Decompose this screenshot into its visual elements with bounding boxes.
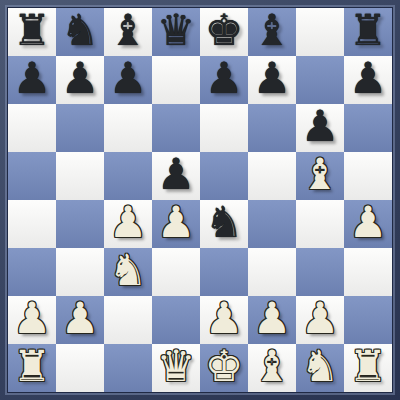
- black-pawn: ♟: [61, 57, 100, 103]
- black-knight: ♞: [205, 201, 244, 247]
- square-f8[interactable]: ♝: [248, 8, 296, 56]
- black-bishop: ♝: [109, 9, 148, 55]
- white-pawn: ♟: [61, 297, 100, 343]
- square-e7[interactable]: ♟: [200, 56, 248, 104]
- white-pawn: ♟: [157, 201, 196, 247]
- black-queen: ♛: [157, 9, 196, 55]
- square-h4[interactable]: ♟: [344, 200, 392, 248]
- square-g4[interactable]: [296, 200, 344, 248]
- square-d5[interactable]: ♟: [152, 152, 200, 200]
- black-pawn: ♟: [109, 57, 148, 103]
- square-h6[interactable]: [344, 104, 392, 152]
- square-a2[interactable]: ♟: [8, 296, 56, 344]
- square-b4[interactable]: [56, 200, 104, 248]
- square-f2[interactable]: ♟: [248, 296, 296, 344]
- square-g3[interactable]: [296, 248, 344, 296]
- white-bishop: ♝: [253, 345, 292, 391]
- square-f6[interactable]: [248, 104, 296, 152]
- white-pawn: ♟: [205, 297, 244, 343]
- square-e3[interactable]: [200, 248, 248, 296]
- black-bishop: ♝: [253, 9, 292, 55]
- white-bishop: ♝: [301, 153, 340, 199]
- square-e8[interactable]: ♚: [200, 8, 248, 56]
- square-h3[interactable]: [344, 248, 392, 296]
- square-f3[interactable]: [248, 248, 296, 296]
- square-b7[interactable]: ♟: [56, 56, 104, 104]
- square-b2[interactable]: ♟: [56, 296, 104, 344]
- square-e6[interactable]: [200, 104, 248, 152]
- black-rook: ♜: [349, 9, 388, 55]
- white-knight: ♞: [109, 249, 148, 295]
- square-f5[interactable]: [248, 152, 296, 200]
- square-d4[interactable]: ♟: [152, 200, 200, 248]
- chess-board: ♜♞♝♛♚♝♜♟♟♟♟♟♟♟♟♝♟♟♞♟♞♟♟♟♟♟♜♛♚♝♞♜: [8, 8, 392, 392]
- black-pawn: ♟: [157, 153, 196, 199]
- square-d8[interactable]: ♛: [152, 8, 200, 56]
- square-e2[interactable]: ♟: [200, 296, 248, 344]
- square-h7[interactable]: ♟: [344, 56, 392, 104]
- black-rook: ♜: [13, 9, 52, 55]
- square-g8[interactable]: [296, 8, 344, 56]
- square-g5[interactable]: ♝: [296, 152, 344, 200]
- black-pawn: ♟: [13, 57, 52, 103]
- black-pawn: ♟: [253, 57, 292, 103]
- square-g2[interactable]: ♟: [296, 296, 344, 344]
- white-knight: ♞: [301, 345, 340, 391]
- white-pawn: ♟: [301, 297, 340, 343]
- black-king: ♚: [205, 9, 244, 55]
- square-c1[interactable]: [104, 344, 152, 392]
- square-f4[interactable]: [248, 200, 296, 248]
- square-b1[interactable]: [56, 344, 104, 392]
- square-g1[interactable]: ♞: [296, 344, 344, 392]
- white-rook: ♜: [13, 345, 52, 391]
- square-h5[interactable]: [344, 152, 392, 200]
- square-e4[interactable]: ♞: [200, 200, 248, 248]
- square-c6[interactable]: [104, 104, 152, 152]
- white-king: ♚: [205, 345, 244, 391]
- white-rook: ♜: [349, 345, 388, 391]
- square-d1[interactable]: ♛: [152, 344, 200, 392]
- square-a7[interactable]: ♟: [8, 56, 56, 104]
- square-c5[interactable]: [104, 152, 152, 200]
- square-d7[interactable]: [152, 56, 200, 104]
- square-a3[interactable]: [8, 248, 56, 296]
- black-pawn: ♟: [349, 57, 388, 103]
- square-a8[interactable]: ♜: [8, 8, 56, 56]
- square-b6[interactable]: [56, 104, 104, 152]
- black-knight: ♞: [61, 9, 100, 55]
- square-f7[interactable]: ♟: [248, 56, 296, 104]
- square-a6[interactable]: [8, 104, 56, 152]
- white-pawn: ♟: [253, 297, 292, 343]
- black-pawn: ♟: [205, 57, 244, 103]
- square-c8[interactable]: ♝: [104, 8, 152, 56]
- square-c4[interactable]: ♟: [104, 200, 152, 248]
- square-e1[interactable]: ♚: [200, 344, 248, 392]
- board-frame: ♜♞♝♛♚♝♜♟♟♟♟♟♟♟♟♝♟♟♞♟♞♟♟♟♟♟♜♛♚♝♞♜: [0, 0, 400, 400]
- white-pawn: ♟: [349, 201, 388, 247]
- square-b8[interactable]: ♞: [56, 8, 104, 56]
- square-d6[interactable]: [152, 104, 200, 152]
- white-pawn: ♟: [13, 297, 52, 343]
- square-h8[interactable]: ♜: [344, 8, 392, 56]
- square-e5[interactable]: [200, 152, 248, 200]
- white-queen: ♛: [157, 345, 196, 391]
- square-d2[interactable]: [152, 296, 200, 344]
- square-c2[interactable]: [104, 296, 152, 344]
- square-g6[interactable]: ♟: [296, 104, 344, 152]
- square-a4[interactable]: [8, 200, 56, 248]
- square-b5[interactable]: [56, 152, 104, 200]
- square-f1[interactable]: ♝: [248, 344, 296, 392]
- square-d3[interactable]: [152, 248, 200, 296]
- square-h2[interactable]: [344, 296, 392, 344]
- square-c7[interactable]: ♟: [104, 56, 152, 104]
- square-a1[interactable]: ♜: [8, 344, 56, 392]
- square-a5[interactable]: [8, 152, 56, 200]
- black-pawn: ♟: [301, 105, 340, 151]
- square-g7[interactable]: [296, 56, 344, 104]
- square-c3[interactable]: ♞: [104, 248, 152, 296]
- white-pawn: ♟: [109, 201, 148, 247]
- square-h1[interactable]: ♜: [344, 344, 392, 392]
- square-b3[interactable]: [56, 248, 104, 296]
